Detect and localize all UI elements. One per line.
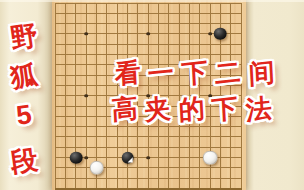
grid-line-horizontal — [55, 13, 242, 14]
grid-line-horizontal — [55, 54, 242, 55]
title-char: 下 — [177, 55, 212, 90]
title-char: 的 — [174, 91, 209, 126]
grid-line-horizontal — [55, 188, 242, 190]
title-char: 二 — [210, 55, 245, 90]
black-stone-H4 — [121, 151, 134, 164]
grid-line-vertical — [55, 3, 56, 189]
side-caption-char: 野 — [4, 20, 44, 55]
title-char: 下 — [207, 91, 242, 126]
white-stone-Q4 — [203, 150, 218, 165]
star-point — [84, 94, 88, 98]
grid-line-horizontal — [55, 147, 242, 148]
star-point — [84, 32, 88, 36]
side-caption-char: 狐 — [4, 59, 44, 94]
top-edge-highlight — [0, 0, 304, 2]
grid-line-horizontal — [55, 136, 242, 137]
title-char: 看 — [110, 55, 145, 90]
title-char: 一 — [144, 55, 179, 90]
grid-line-horizontal — [55, 3, 242, 4]
title-line-2: 高夹的下法 — [108, 93, 275, 125]
white-stone-E3 — [89, 161, 104, 176]
star-point — [146, 32, 150, 36]
grid-line-horizontal — [55, 178, 242, 179]
title-char: 夹 — [141, 91, 176, 126]
grid-line-horizontal — [55, 126, 242, 127]
last-move-marker — [127, 157, 133, 163]
title-char: 高 — [107, 91, 142, 126]
grid-line-vertical — [65, 3, 66, 189]
title-char: 间 — [244, 55, 279, 90]
star-point — [84, 156, 88, 160]
go-thumbnail: 野狐5段 看一下二间 高夹的下法 — [0, 0, 304, 190]
star-point — [208, 32, 212, 36]
side-caption-char: 段 — [4, 144, 44, 179]
star-point — [146, 156, 150, 160]
side-caption-char: 5 — [4, 98, 44, 133]
grid-line-horizontal — [55, 44, 242, 45]
grid-line-horizontal — [55, 23, 242, 24]
left-caption-strip: 野狐5段 — [0, 0, 52, 190]
title-line-1: 看一下二间 — [111, 57, 278, 89]
title-char: 法 — [241, 91, 276, 126]
grid-line-horizontal — [55, 167, 242, 168]
black-stone-C4 — [70, 151, 83, 164]
black-stone-R16 — [214, 28, 227, 41]
